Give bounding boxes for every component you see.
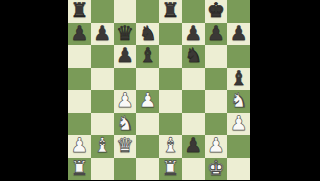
square-h3[interactable]: ♟ bbox=[227, 113, 250, 136]
square-d2[interactable] bbox=[136, 135, 159, 158]
square-e2[interactable]: ♝ bbox=[159, 135, 182, 158]
square-b4[interactable] bbox=[91, 90, 114, 113]
square-g8[interactable]: ♚ bbox=[205, 0, 228, 23]
white-bishop[interactable]: ♝ bbox=[161, 135, 179, 155]
square-c6[interactable]: ♟ bbox=[114, 45, 137, 68]
square-c1[interactable] bbox=[114, 158, 137, 181]
white-king[interactable]: ♚ bbox=[207, 158, 225, 178]
square-c4[interactable]: ♟ bbox=[114, 90, 137, 113]
square-h5[interactable]: ♝ bbox=[227, 68, 250, 91]
square-b6[interactable] bbox=[91, 45, 114, 68]
white-knight[interactable]: ♞ bbox=[116, 113, 134, 133]
square-f6[interactable]: ♞ bbox=[182, 45, 205, 68]
white-pawn[interactable]: ♟ bbox=[207, 135, 225, 155]
white-pawn[interactable]: ♟ bbox=[116, 90, 134, 110]
square-g7[interactable]: ♟ bbox=[205, 23, 228, 46]
white-bishop[interactable]: ♝ bbox=[93, 135, 111, 155]
white-rook[interactable]: ♜ bbox=[70, 158, 88, 178]
square-a6[interactable] bbox=[68, 45, 91, 68]
square-c3[interactable]: ♞ bbox=[114, 113, 137, 136]
square-a4[interactable] bbox=[68, 90, 91, 113]
square-c5[interactable] bbox=[114, 68, 137, 91]
square-g4[interactable] bbox=[205, 90, 228, 113]
black-bishop[interactable]: ♝ bbox=[139, 45, 157, 65]
square-a7[interactable]: ♟ bbox=[68, 23, 91, 46]
white-pawn[interactable]: ♟ bbox=[70, 135, 88, 155]
square-b2[interactable]: ♝ bbox=[91, 135, 114, 158]
black-king[interactable]: ♚ bbox=[207, 0, 225, 20]
black-pawn[interactable]: ♟ bbox=[184, 23, 202, 43]
square-g1[interactable]: ♚ bbox=[205, 158, 228, 181]
white-knight[interactable]: ♞ bbox=[230, 90, 248, 110]
letterbox-left-bar bbox=[0, 0, 68, 180]
square-d1[interactable] bbox=[136, 158, 159, 181]
square-c8[interactable] bbox=[114, 0, 137, 23]
chess-board[interactable]: ♜♜♚♟♟♛♞♟♟♟♟♝♞♝♟♟♞♞♟♟♝♛♝♟♟♜♜♚ bbox=[68, 0, 250, 180]
square-f3[interactable] bbox=[182, 113, 205, 136]
square-h7[interactable]: ♟ bbox=[227, 23, 250, 46]
square-f5[interactable] bbox=[182, 68, 205, 91]
square-e3[interactable] bbox=[159, 113, 182, 136]
square-e1[interactable]: ♜ bbox=[159, 158, 182, 181]
black-queen[interactable]: ♛ bbox=[116, 23, 134, 43]
black-pawn[interactable]: ♟ bbox=[184, 135, 202, 155]
square-e6[interactable] bbox=[159, 45, 182, 68]
letterbox-right-bar bbox=[250, 0, 320, 180]
screenshot-stage: ♜♜♚♟♟♛♞♟♟♟♟♝♞♝♟♟♞♞♟♟♝♛♝♟♟♜♜♚ bbox=[0, 0, 320, 180]
square-b7[interactable]: ♟ bbox=[91, 23, 114, 46]
black-pawn[interactable]: ♟ bbox=[230, 23, 248, 43]
square-e5[interactable] bbox=[159, 68, 182, 91]
black-rook[interactable]: ♜ bbox=[161, 0, 179, 20]
square-d6[interactable]: ♝ bbox=[136, 45, 159, 68]
square-a1[interactable]: ♜ bbox=[68, 158, 91, 181]
square-e7[interactable] bbox=[159, 23, 182, 46]
square-d4[interactable]: ♟ bbox=[136, 90, 159, 113]
square-e8[interactable]: ♜ bbox=[159, 0, 182, 23]
white-pawn[interactable]: ♟ bbox=[230, 113, 248, 133]
square-f2[interactable]: ♟ bbox=[182, 135, 205, 158]
square-h6[interactable] bbox=[227, 45, 250, 68]
black-pawn[interactable]: ♟ bbox=[207, 23, 225, 43]
square-h1[interactable] bbox=[227, 158, 250, 181]
black-knight[interactable]: ♞ bbox=[139, 23, 157, 43]
square-g6[interactable] bbox=[205, 45, 228, 68]
square-h2[interactable] bbox=[227, 135, 250, 158]
square-b3[interactable] bbox=[91, 113, 114, 136]
square-b8[interactable] bbox=[91, 0, 114, 23]
white-pawn[interactable]: ♟ bbox=[139, 90, 157, 110]
square-g3[interactable] bbox=[205, 113, 228, 136]
square-c2[interactable]: ♛ bbox=[114, 135, 137, 158]
square-d7[interactable]: ♞ bbox=[136, 23, 159, 46]
square-d8[interactable] bbox=[136, 0, 159, 23]
black-pawn[interactable]: ♟ bbox=[70, 23, 88, 43]
white-queen[interactable]: ♛ bbox=[116, 135, 134, 155]
black-bishop[interactable]: ♝ bbox=[230, 68, 248, 88]
square-b5[interactable] bbox=[91, 68, 114, 91]
square-b1[interactable] bbox=[91, 158, 114, 181]
square-d3[interactable] bbox=[136, 113, 159, 136]
square-e4[interactable] bbox=[159, 90, 182, 113]
square-h8[interactable] bbox=[227, 0, 250, 23]
square-g2[interactable]: ♟ bbox=[205, 135, 228, 158]
square-c7[interactable]: ♛ bbox=[114, 23, 137, 46]
black-knight[interactable]: ♞ bbox=[184, 45, 202, 65]
square-h4[interactable]: ♞ bbox=[227, 90, 250, 113]
square-f8[interactable] bbox=[182, 0, 205, 23]
white-rook[interactable]: ♜ bbox=[161, 158, 179, 178]
square-d5[interactable] bbox=[136, 68, 159, 91]
square-a3[interactable] bbox=[68, 113, 91, 136]
square-f7[interactable]: ♟ bbox=[182, 23, 205, 46]
black-pawn[interactable]: ♟ bbox=[93, 23, 111, 43]
square-f1[interactable] bbox=[182, 158, 205, 181]
square-a5[interactable] bbox=[68, 68, 91, 91]
square-f4[interactable] bbox=[182, 90, 205, 113]
square-g5[interactable] bbox=[205, 68, 228, 91]
black-pawn[interactable]: ♟ bbox=[116, 45, 134, 65]
black-rook[interactable]: ♜ bbox=[70, 0, 88, 20]
square-a2[interactable]: ♟ bbox=[68, 135, 91, 158]
square-a8[interactable]: ♜ bbox=[68, 0, 91, 23]
